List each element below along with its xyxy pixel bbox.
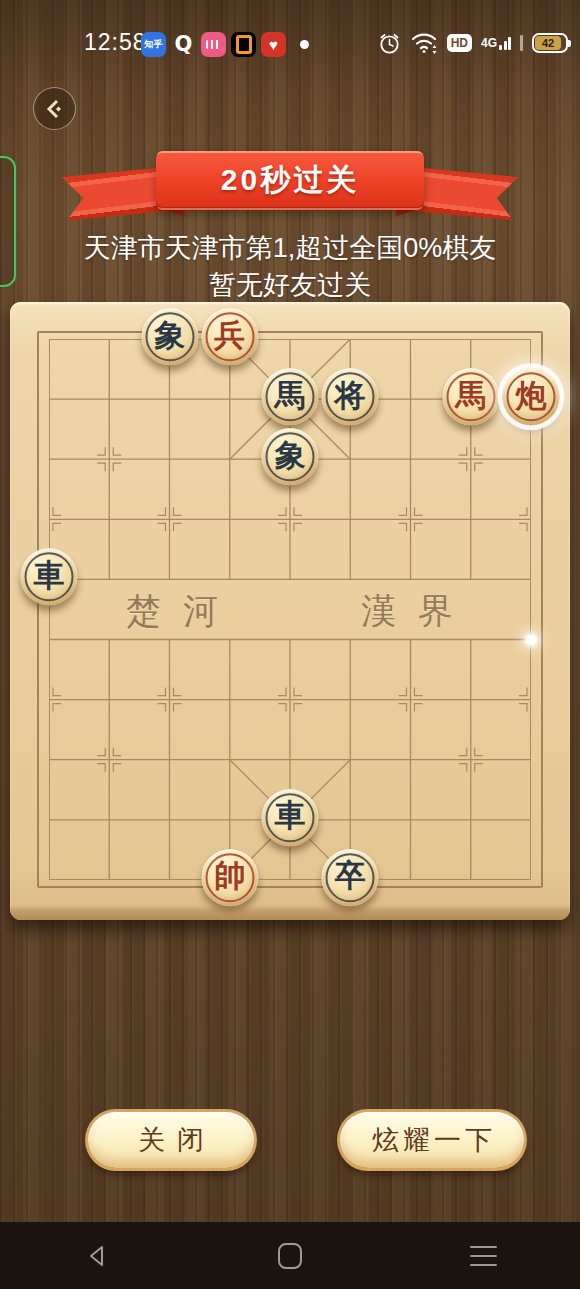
piece-glyph: 兵 <box>214 315 245 357</box>
heart-app-icon: ♥ <box>261 32 286 57</box>
nav-home-square-icon <box>278 1243 302 1269</box>
piece-glyph: 車 <box>34 555 65 597</box>
piece-glyph: 帥 <box>214 856 245 898</box>
notification-icons: 知乎 Q ♥ <box>141 31 309 57</box>
zhihu-icon: 知乎 <box>141 32 166 57</box>
rank-summary: 天津市天津市第1,超过全国0%棋友 暂无好友过关 <box>0 230 580 304</box>
rank-line: 天津市天津市第1,超过全国0%棋友 <box>0 230 580 267</box>
piece-red-general[interactable]: 帥 <box>201 849 258 906</box>
system-status-icons: HD 4G 42 <box>377 28 568 58</box>
piece-black-elephant[interactable]: 象 <box>262 428 319 485</box>
piece-red-cannon[interactable]: 炮 <box>503 368 560 425</box>
piece-glyph: 車 <box>275 796 306 838</box>
close-button[interactable]: 关闭 <box>88 1112 254 1168</box>
hd-badge-icon: HD <box>447 34 472 52</box>
piece-red-horse[interactable]: 馬 <box>442 368 499 425</box>
piece-black-horse[interactable]: 馬 <box>262 368 319 425</box>
piece-glyph: 卒 <box>335 856 366 898</box>
xiangqi-board: 楚河 漢界 象兵馬将馬炮象車車帥卒 <box>10 302 570 920</box>
piece-glyph: 馬 <box>455 375 486 417</box>
show-off-button[interactable]: 炫耀一下 <box>340 1112 524 1168</box>
move-sparkle-icon <box>526 635 536 645</box>
river-label-left: 楚河 <box>104 588 240 635</box>
zhihu-icon-label: 知乎 <box>145 38 163 51</box>
banner-title: 20秒过关 <box>221 160 359 201</box>
status-bar: 12:58 知乎 Q ♥ HD 4G <box>0 0 580 75</box>
piece-black-chariot[interactable]: 車 <box>21 549 78 606</box>
nav-home-button[interactable] <box>193 1243 386 1269</box>
piece-red-soldier[interactable]: 兵 <box>201 308 258 365</box>
pink-app-icon <box>201 32 226 57</box>
result-banner: 20秒过关 <box>62 142 518 224</box>
battery-icon: 42 <box>532 33 568 53</box>
network-label: 4G <box>481 36 497 50</box>
q-icon-label: Q <box>175 32 193 56</box>
battery-level: 42 <box>535 36 561 50</box>
piece-black-elephant[interactable]: 象 <box>141 308 198 365</box>
piece-black-general[interactable]: 将 <box>322 368 379 425</box>
notification-dot-icon <box>300 40 309 49</box>
nav-recent-lines-icon <box>470 1246 497 1266</box>
piece-glyph: 炮 <box>516 375 547 417</box>
piece-glyph: 象 <box>154 315 185 357</box>
back-chevron-icon <box>43 97 67 121</box>
nav-back-triangle-icon <box>84 1243 110 1269</box>
network-4g-icon: 4G <box>481 36 511 50</box>
clock-time: 12:58 <box>84 29 147 56</box>
piece-black-soldier[interactable]: 卒 <box>322 849 379 906</box>
piece-glyph: 馬 <box>275 375 306 417</box>
android-nav-bar <box>0 1222 580 1289</box>
alarm-clock-icon <box>377 31 402 56</box>
piece-glyph: 象 <box>275 435 306 477</box>
app-screen: 12:58 知乎 Q ♥ HD 4G <box>0 0 580 1289</box>
piece-black-chariot[interactable]: 車 <box>262 789 319 846</box>
piece-glyph: 将 <box>335 375 366 417</box>
nav-recent-button[interactable] <box>387 1246 580 1266</box>
river-label-right: 漢界 <box>339 588 475 635</box>
office-app-icon <box>231 32 256 57</box>
back-button[interactable] <box>33 87 76 130</box>
wifi-icon <box>411 31 438 55</box>
piece-layer: 楚河 漢界 象兵馬将馬炮象車車帥卒 <box>10 302 570 920</box>
nav-back-button[interactable] <box>0 1243 193 1269</box>
friends-line: 暂无好友过关 <box>0 267 580 304</box>
ribbon-band: 20秒过关 <box>156 151 424 210</box>
separator-bar-icon <box>520 35 523 51</box>
q-icon: Q <box>171 32 196 57</box>
signal-bars-icon <box>499 36 511 50</box>
